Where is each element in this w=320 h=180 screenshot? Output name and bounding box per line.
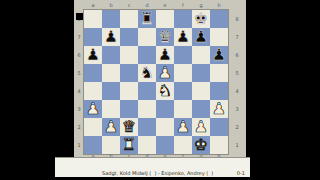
square-d7 bbox=[138, 28, 156, 46]
square-h5 bbox=[210, 64, 228, 82]
square-f4 bbox=[174, 82, 192, 100]
file-labels-top: abcdefgh bbox=[84, 1, 228, 9]
rank-label-7: 7 bbox=[74, 28, 84, 46]
white-pawn-h3: ♟ bbox=[210, 100, 228, 118]
black-king-g8: ♚ bbox=[192, 10, 210, 28]
square-a6: ♟ bbox=[84, 46, 102, 64]
square-e4: ♞ bbox=[156, 82, 174, 100]
game-info-panel: Sadgt, Kold Midwlj ( ) - Esipenko, Andre… bbox=[55, 157, 250, 177]
square-f5 bbox=[174, 64, 192, 82]
white-queen-c2: ♛ bbox=[120, 118, 138, 136]
square-b7: ♟ bbox=[102, 28, 120, 46]
black-pawn-h6: ♟ bbox=[210, 46, 228, 64]
white-pawn-f2: ♟ bbox=[174, 118, 192, 136]
square-d8: ♜ bbox=[138, 10, 156, 28]
square-h6: ♟ bbox=[210, 46, 228, 64]
black-pawn-a6: ♟ bbox=[84, 46, 102, 64]
square-f3 bbox=[174, 100, 192, 118]
square-a7 bbox=[84, 28, 102, 46]
rank-label-4: 4 bbox=[228, 82, 246, 100]
black-rook-d8: ♜ bbox=[138, 10, 156, 28]
white-pawn-a3: ♟ bbox=[84, 100, 102, 118]
square-c2: ♛ bbox=[120, 118, 138, 136]
square-d2 bbox=[138, 118, 156, 136]
square-f2: ♟ bbox=[174, 118, 192, 136]
square-g5 bbox=[192, 64, 210, 82]
square-h3: ♟ bbox=[210, 100, 228, 118]
square-f8 bbox=[174, 10, 192, 28]
rank-label-5: 5 bbox=[228, 64, 246, 82]
rank-label-6: 6 bbox=[228, 46, 246, 64]
rank-label-2: 2 bbox=[74, 118, 84, 136]
square-b3 bbox=[102, 100, 120, 118]
square-f7: ♟ bbox=[174, 28, 192, 46]
file-label-b: b bbox=[102, 1, 120, 9]
square-g7: ♟ bbox=[192, 28, 210, 46]
rank-labels-right: 87654321 bbox=[228, 10, 246, 154]
square-b5 bbox=[102, 64, 120, 82]
rank-label-1: 1 bbox=[74, 136, 84, 154]
white-pawn-g2: ♟ bbox=[192, 118, 210, 136]
square-h4 bbox=[210, 82, 228, 100]
black-queen-e7: ♛ bbox=[156, 28, 174, 46]
rank-label-8: 8 bbox=[228, 10, 246, 28]
square-c6 bbox=[120, 46, 138, 64]
file-label-c: c bbox=[120, 1, 138, 9]
file-label-d: d bbox=[138, 1, 156, 9]
black-pawn-e6: ♟ bbox=[156, 46, 174, 64]
white-knight-e4: ♞ bbox=[156, 82, 174, 100]
square-a8 bbox=[84, 10, 102, 28]
square-a5 bbox=[84, 64, 102, 82]
square-d6 bbox=[138, 46, 156, 64]
players-line: Sadgt, Kold Midwlj ( ) - Esipenko, Andre… bbox=[55, 170, 250, 176]
rank-label-1: 1 bbox=[228, 136, 246, 154]
square-g6 bbox=[192, 46, 210, 64]
square-e5: ♟ bbox=[156, 64, 174, 82]
rank-label-6: 6 bbox=[74, 46, 84, 64]
rank-labels-left: 87654321 bbox=[74, 10, 84, 154]
square-b8 bbox=[102, 10, 120, 28]
square-h7 bbox=[210, 28, 228, 46]
chess-board-frame: abcdefgh 87654321 87654321 ♜♚♟♛♟♟♟♟♟♞♟♞♟… bbox=[74, 0, 246, 158]
file-label-e: e bbox=[156, 1, 174, 9]
square-c4 bbox=[120, 82, 138, 100]
square-e8 bbox=[156, 10, 174, 28]
square-h8 bbox=[210, 10, 228, 28]
square-g2: ♟ bbox=[192, 118, 210, 136]
white-pawn-e5: ♟ bbox=[156, 64, 174, 82]
file-label-a: a bbox=[84, 1, 102, 9]
square-d4 bbox=[138, 82, 156, 100]
rank-label-3: 3 bbox=[228, 100, 246, 118]
square-c3 bbox=[120, 100, 138, 118]
players-names: Sadgt, Kold Midwlj ( ) - Esipenko, Andre… bbox=[102, 170, 213, 176]
square-g3 bbox=[192, 100, 210, 118]
square-c7 bbox=[120, 28, 138, 46]
game-result: 0-1 bbox=[237, 170, 245, 176]
square-e3 bbox=[156, 100, 174, 118]
square-b2: ♟ bbox=[102, 118, 120, 136]
square-c5 bbox=[120, 64, 138, 82]
square-g4 bbox=[192, 82, 210, 100]
chess-board: ♜♚♟♛♟♟♟♟♟♞♟♞♟♟♟♛♟♟♜♚ bbox=[84, 10, 228, 154]
file-label-g: g bbox=[192, 1, 210, 9]
rank-label-3: 3 bbox=[74, 100, 84, 118]
square-d3 bbox=[138, 100, 156, 118]
square-e7: ♛ bbox=[156, 28, 174, 46]
black-pawn-g7: ♟ bbox=[192, 28, 210, 46]
square-b6 bbox=[102, 46, 120, 64]
black-to-move-indicator bbox=[76, 13, 83, 20]
file-label-f: f bbox=[174, 1, 192, 9]
rank-label-2: 2 bbox=[228, 118, 246, 136]
square-a4 bbox=[84, 82, 102, 100]
file-label-h: h bbox=[210, 1, 228, 9]
square-a2 bbox=[84, 118, 102, 136]
video-frame: abcdefgh 87654321 87654321 ♜♚♟♛♟♟♟♟♟♞♟♞♟… bbox=[0, 0, 320, 180]
square-f6 bbox=[174, 46, 192, 64]
rank-label-5: 5 bbox=[74, 64, 84, 82]
square-h2 bbox=[210, 118, 228, 136]
square-a3: ♟ bbox=[84, 100, 102, 118]
square-e6: ♟ bbox=[156, 46, 174, 64]
black-knight-d5: ♞ bbox=[138, 64, 156, 82]
square-c8 bbox=[120, 10, 138, 28]
square-d5: ♞ bbox=[138, 64, 156, 82]
rank-label-4: 4 bbox=[74, 82, 84, 100]
white-pawn-b2: ♟ bbox=[102, 118, 120, 136]
black-pawn-f7: ♟ bbox=[174, 28, 192, 46]
square-e2 bbox=[156, 118, 174, 136]
rank-label-7: 7 bbox=[228, 28, 246, 46]
square-g8: ♚ bbox=[192, 10, 210, 28]
square-b4 bbox=[102, 82, 120, 100]
black-pawn-b7: ♟ bbox=[102, 28, 120, 46]
